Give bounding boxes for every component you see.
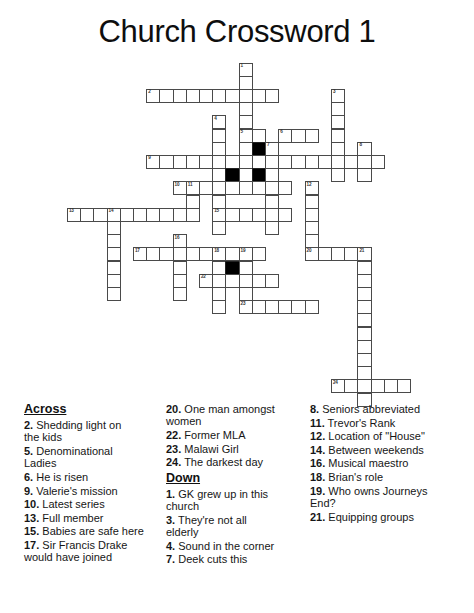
grid-cell[interactable]: 23 bbox=[239, 300, 253, 314]
grid-cell[interactable] bbox=[225, 208, 239, 222]
grid-cell[interactable] bbox=[239, 208, 253, 222]
grid-cell[interactable] bbox=[107, 287, 121, 301]
grid-cell[interactable] bbox=[239, 89, 253, 103]
grid-cell[interactable] bbox=[357, 340, 371, 354]
grid-cell[interactable] bbox=[265, 221, 279, 235]
grid-cell[interactable] bbox=[212, 129, 226, 143]
clue-item-9: 9. Valerie's mission bbox=[24, 485, 165, 497]
grid-cell[interactable] bbox=[107, 221, 121, 235]
grid-cell[interactable] bbox=[186, 89, 200, 103]
grid-cell[interactable] bbox=[239, 274, 253, 288]
grid-cell[interactable] bbox=[305, 129, 319, 143]
grid-cell[interactable] bbox=[199, 89, 213, 103]
grid-cell[interactable] bbox=[305, 155, 319, 169]
grid-cell[interactable] bbox=[173, 208, 187, 222]
clue-heading-down: Down bbox=[166, 472, 307, 485]
grid-cell[interactable] bbox=[212, 89, 226, 103]
grid-cell[interactable] bbox=[80, 208, 94, 222]
black-cell bbox=[252, 142, 266, 156]
grid-cell[interactable] bbox=[212, 300, 226, 314]
clue-item-17: 17. Sir Francis Drakewould have joined bbox=[24, 539, 165, 564]
cell-number: 11 bbox=[188, 183, 192, 188]
grid-cell[interactable] bbox=[173, 247, 187, 261]
grid-cell[interactable]: 19 bbox=[239, 247, 253, 261]
grid-cell[interactable]: 5 bbox=[239, 129, 253, 143]
grid-cell[interactable] bbox=[265, 274, 279, 288]
grid-cell[interactable] bbox=[173, 274, 187, 288]
grid-cell[interactable] bbox=[344, 379, 358, 393]
grid-cell[interactable] bbox=[318, 247, 332, 261]
grid-cell[interactable] bbox=[278, 181, 292, 195]
grid-cell[interactable] bbox=[212, 181, 226, 195]
grid-cell[interactable]: 4 bbox=[212, 115, 226, 129]
cell-number: 24 bbox=[333, 381, 338, 386]
clue-item-19: 19. Who owns JourneysEnd? bbox=[310, 485, 472, 510]
grid-cell[interactable] bbox=[186, 208, 200, 222]
clue-item-2: 2. Shedding light onthe kids bbox=[24, 419, 165, 444]
grid-cell[interactable] bbox=[146, 208, 160, 222]
grid-cell[interactable] bbox=[357, 379, 371, 393]
cell-number: 19 bbox=[241, 249, 246, 254]
grid-cell[interactable] bbox=[146, 247, 160, 261]
cell-number: 17 bbox=[135, 249, 140, 254]
grid-cell[interactable] bbox=[107, 274, 121, 288]
grid-cell[interactable]: 2 bbox=[146, 89, 160, 103]
clue-item-7: 7. Deek cuts this bbox=[166, 553, 307, 565]
grid-cell[interactable] bbox=[120, 208, 134, 222]
cell-number: 5 bbox=[241, 130, 243, 135]
grid-cell[interactable] bbox=[278, 300, 292, 314]
grid-cell[interactable] bbox=[239, 261, 253, 275]
grid-cell[interactable]: 3 bbox=[331, 89, 345, 103]
grid-cell[interactable] bbox=[239, 102, 253, 116]
grid-cell[interactable] bbox=[212, 261, 226, 275]
cell-number: 3 bbox=[333, 90, 335, 95]
grid-cell[interactable] bbox=[331, 102, 345, 116]
grid-cell[interactable] bbox=[212, 274, 226, 288]
cell-number: 22 bbox=[201, 275, 206, 280]
grid-cell[interactable] bbox=[239, 181, 253, 195]
grid-cell[interactable] bbox=[107, 247, 121, 261]
grid-cell[interactable] bbox=[199, 181, 213, 195]
grid-cell[interactable]: 22 bbox=[199, 274, 213, 288]
grid-cell[interactable] bbox=[239, 76, 253, 90]
grid-cell[interactable] bbox=[107, 234, 121, 248]
clue-heading-across: Across bbox=[24, 403, 165, 416]
grid-cell[interactable] bbox=[357, 300, 371, 314]
cell-number: 14 bbox=[109, 209, 114, 214]
grid-cell[interactable] bbox=[371, 155, 385, 169]
grid-cell[interactable]: 9 bbox=[146, 155, 160, 169]
grid-cell[interactable] bbox=[344, 247, 358, 261]
grid-cell[interactable] bbox=[225, 155, 239, 169]
cell-number: 16 bbox=[175, 236, 180, 241]
grid-cell[interactable] bbox=[212, 142, 226, 156]
clue-item-24: 24. The darkest day bbox=[166, 456, 307, 468]
grid-cell[interactable]: 24 bbox=[331, 379, 345, 393]
grid-cell[interactable] bbox=[186, 195, 200, 209]
clue-item-18: 18. Brian's role bbox=[310, 471, 472, 483]
grid-cell[interactable] bbox=[331, 142, 345, 156]
grid-cell[interactable] bbox=[252, 274, 266, 288]
clue-item-20: 20. One man amongstwomen bbox=[166, 403, 307, 428]
grid-cell[interactable] bbox=[357, 287, 371, 301]
grid-cell[interactable] bbox=[265, 181, 279, 195]
grid-cell[interactable] bbox=[278, 155, 292, 169]
grid-cell[interactable] bbox=[159, 89, 173, 103]
grid-cell[interactable] bbox=[212, 168, 226, 182]
grid-cell[interactable] bbox=[186, 155, 200, 169]
grid-cell[interactable] bbox=[291, 155, 305, 169]
clue-column-middle: 20. One man amongstwomen22. Former MLA23… bbox=[166, 403, 307, 567]
grid-cell[interactable]: 21 bbox=[357, 247, 371, 261]
cell-number: 12 bbox=[307, 183, 312, 188]
cell-number: 8 bbox=[359, 143, 361, 148]
grid-cell[interactable] bbox=[305, 234, 319, 248]
grid-cell[interactable] bbox=[212, 195, 226, 209]
grid-cell[interactable] bbox=[252, 89, 266, 103]
clue-item-10: 10. Latest series bbox=[24, 498, 165, 510]
grid-cell[interactable] bbox=[344, 155, 358, 169]
grid-cell[interactable] bbox=[371, 379, 385, 393]
grid-cell[interactable]: 12 bbox=[305, 181, 319, 195]
grid-cell[interactable] bbox=[225, 181, 239, 195]
grid-cell[interactable] bbox=[212, 155, 226, 169]
grid-cell[interactable] bbox=[265, 208, 279, 222]
grid-cell[interactable] bbox=[305, 300, 319, 314]
grid-cell[interactable] bbox=[357, 353, 371, 367]
cell-number: 15 bbox=[214, 209, 219, 214]
clue-item-22: 22. Former MLA bbox=[166, 429, 307, 441]
grid-cell[interactable] bbox=[159, 208, 173, 222]
grid-cell[interactable] bbox=[173, 89, 187, 103]
grid-cell[interactable] bbox=[252, 247, 266, 261]
grid-cell[interactable] bbox=[239, 287, 253, 301]
cell-number: 10 bbox=[175, 183, 180, 188]
grid-cell[interactable] bbox=[212, 287, 226, 301]
cell-number: 4 bbox=[214, 117, 216, 122]
grid-cell[interactable] bbox=[357, 168, 371, 182]
grid-cell[interactable] bbox=[278, 208, 292, 222]
grid-cell[interactable] bbox=[107, 261, 121, 275]
grid-cell[interactable]: 10 bbox=[173, 181, 187, 195]
grid-cell[interactable] bbox=[357, 155, 371, 169]
cell-number: 6 bbox=[280, 130, 282, 135]
grid-cell[interactable]: 11 bbox=[186, 181, 200, 195]
grid-cell[interactable] bbox=[265, 89, 279, 103]
grid-cell[interactable] bbox=[225, 89, 239, 103]
grid-cell[interactable] bbox=[305, 195, 319, 209]
cell-number: 1 bbox=[241, 64, 243, 69]
grid-cell[interactable] bbox=[239, 142, 253, 156]
grid-cell[interactable] bbox=[357, 327, 371, 341]
grid-cell[interactable] bbox=[384, 379, 398, 393]
grid-cell[interactable]: 7 bbox=[265, 142, 279, 156]
black-cell bbox=[225, 261, 239, 275]
clue-item-1: 1. GK grew up in thischurch bbox=[166, 488, 307, 513]
grid-cell[interactable] bbox=[252, 300, 266, 314]
grid-cell[interactable] bbox=[252, 129, 266, 143]
clue-item-6: 6. He is risen bbox=[24, 471, 165, 483]
grid-cell[interactable]: 1 bbox=[239, 63, 253, 77]
clue-item-23: 23. Malawi Girl bbox=[166, 443, 307, 455]
grid-cell[interactable]: 13 bbox=[67, 208, 81, 222]
clue-item-3: 3. They're not allelderly bbox=[166, 514, 307, 539]
clue-item-14: 14. Between weekends bbox=[310, 444, 472, 456]
grid-cell[interactable] bbox=[305, 221, 319, 235]
grid-cell[interactable] bbox=[331, 115, 345, 129]
grid-cell[interactable] bbox=[173, 287, 187, 301]
grid-cell[interactable] bbox=[357, 261, 371, 275]
grid-cell[interactable] bbox=[239, 155, 253, 169]
grid-cell[interactable] bbox=[331, 247, 345, 261]
grid-cell[interactable]: 16 bbox=[173, 234, 187, 248]
grid-cell[interactable] bbox=[305, 208, 319, 222]
grid-cell[interactable]: 15 bbox=[212, 208, 226, 222]
grid-cell[interactable] bbox=[225, 274, 239, 288]
clue-item-13: 13. Full member bbox=[24, 512, 165, 524]
clue-item-21: 21. Equipping groups bbox=[310, 511, 472, 523]
grid-cell[interactable] bbox=[265, 155, 279, 169]
grid-cell[interactable] bbox=[173, 155, 187, 169]
grid-cell[interactable] bbox=[212, 221, 226, 235]
grid-cell[interactable] bbox=[239, 115, 253, 129]
grid-cell[interactable] bbox=[331, 155, 345, 169]
black-cell bbox=[252, 168, 266, 182]
cell-number: 18 bbox=[214, 249, 219, 254]
grid-cell[interactable] bbox=[173, 261, 187, 275]
cell-number: 2 bbox=[148, 90, 150, 95]
grid-cell[interactable]: 17 bbox=[133, 247, 147, 261]
grid-cell[interactable]: 14 bbox=[107, 208, 121, 222]
cell-number: 21 bbox=[359, 249, 364, 254]
cell-number: 23 bbox=[241, 302, 246, 307]
grid-cell[interactable] bbox=[199, 247, 213, 261]
grid-cell[interactable]: 20 bbox=[305, 247, 319, 261]
grid-cell[interactable] bbox=[397, 379, 411, 393]
grid-cell[interactable] bbox=[265, 168, 279, 182]
clue-column-down: 8. Seniors abbreviated11. Trevor's Rank1… bbox=[310, 403, 472, 524]
clue-item-4: 4. Sound in the corner bbox=[166, 540, 307, 552]
grid-cell[interactable] bbox=[159, 247, 173, 261]
grid-cell[interactable] bbox=[252, 181, 266, 195]
clue-item-12: 12. Location of "House" bbox=[310, 430, 472, 442]
grid-cell[interactable] bbox=[159, 155, 173, 169]
crossword-sheet: { "title": "Church Crossword 1", "game":… bbox=[0, 0, 474, 613]
grid-cell[interactable] bbox=[291, 300, 305, 314]
cell-number: 13 bbox=[69, 209, 74, 214]
clue-item-11: 11. Trevor's Rank bbox=[310, 417, 472, 429]
black-cell bbox=[225, 168, 239, 182]
grid-cell[interactable] bbox=[265, 300, 279, 314]
grid-cell[interactable] bbox=[225, 247, 239, 261]
grid-cell[interactable] bbox=[252, 208, 266, 222]
grid-cell[interactable] bbox=[265, 195, 279, 209]
clue-column-across: Across2. Shedding light onthe kids5. Den… bbox=[24, 403, 165, 565]
grid-cell[interactable] bbox=[133, 208, 147, 222]
grid-cell[interactable] bbox=[186, 247, 200, 261]
cell-number: 9 bbox=[148, 156, 150, 161]
clue-item-16: 16. Musical maestro bbox=[310, 457, 472, 469]
grid-cell[interactable] bbox=[331, 129, 345, 143]
grid-cell[interactable] bbox=[252, 155, 266, 169]
clue-item-8: 8. Seniors abbreviated bbox=[310, 403, 472, 415]
grid-cell[interactable] bbox=[93, 208, 107, 222]
grid-cell[interactable] bbox=[357, 313, 371, 327]
grid-cell[interactable] bbox=[318, 155, 332, 169]
cell-number: 7 bbox=[267, 143, 269, 148]
grid-cell[interactable] bbox=[291, 129, 305, 143]
grid-cell[interactable] bbox=[357, 366, 371, 380]
grid-cell[interactable] bbox=[239, 168, 253, 182]
clue-item-5: 5. DenominationalLadies bbox=[24, 445, 165, 470]
grid-cell[interactable]: 6 bbox=[278, 129, 292, 143]
cell-number: 20 bbox=[307, 249, 312, 254]
grid-cell[interactable] bbox=[331, 168, 345, 182]
clue-item-15: 15. Babies are safe here bbox=[24, 525, 165, 537]
grid-cell[interactable] bbox=[357, 274, 371, 288]
grid-cell[interactable]: 8 bbox=[357, 142, 371, 156]
grid-cell[interactable] bbox=[199, 155, 213, 169]
grid-cell[interactable]: 18 bbox=[212, 247, 226, 261]
